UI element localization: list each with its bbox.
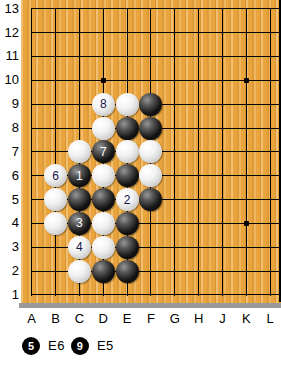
white-stone-D6 [92,164,115,187]
white-stone-E5: 2 [116,188,139,211]
white-stone-C7 [68,140,91,163]
white-stone-E9 [116,93,139,116]
row-label-2: 2 [0,263,19,278]
move-5-coordinate: E6 [48,338,65,353]
row-label-5: 5 [0,192,19,207]
row-label-4: 4 [0,215,19,230]
row-label-13: 13 [0,1,19,16]
black-stone-E2 [116,260,139,283]
col-label-K: K [236,311,256,326]
row-label-11: 11 [0,48,19,63]
col-label-C: C [69,311,89,326]
black-stone-F5 [139,188,162,211]
col-label-J: J [213,311,233,326]
grid-line-horizontal [31,56,281,57]
white-stone-D3 [92,236,115,259]
col-label-E: E [117,311,137,326]
board-shadow [19,303,281,308]
white-stone-B5 [44,188,67,211]
black-stone-D2 [92,260,115,283]
grid-line-horizontal [31,32,281,33]
col-label-H: H [189,311,209,326]
go-board: 8761234 [21,0,281,303]
white-stone-B4 [44,212,67,235]
white-stone-E7 [116,140,139,163]
black-stone-E6 [116,164,139,187]
col-label-F: F [141,311,161,326]
col-label-D: D [93,311,113,326]
col-label-L: L [260,311,280,326]
black-stone-F8 [139,117,162,140]
row-label-9: 9 [0,96,19,111]
black-stone-C4: 3 [68,212,91,235]
row-label-6: 6 [0,168,19,183]
white-stone-F7 [139,140,162,163]
row-label-10: 10 [0,72,19,87]
black-stone-C6: 1 [68,164,91,187]
black-move-badge-9: 9 [71,337,89,355]
hoshi-point-D10 [101,78,106,83]
row-label-3: 3 [0,239,19,254]
row-label-8: 8 [0,120,19,135]
black-stone-D5 [92,188,115,211]
white-stone-D4 [92,212,115,235]
hoshi-point-K10 [244,78,249,83]
white-stone-D8 [92,117,115,140]
black-stone-E8 [116,117,139,140]
white-stone-C3: 4 [68,236,91,259]
black-move-badge-5: 5 [22,337,40,355]
white-stone-F6 [139,164,162,187]
white-stone-C2 [68,260,91,283]
caption: 5 E6 9 E5 [22,336,120,355]
black-stone-E3 [116,236,139,259]
col-label-B: B [46,311,66,326]
col-label-A: A [22,311,42,326]
row-label-1: 1 [0,287,19,302]
move-9-coordinate: E5 [97,338,114,353]
white-stone-B6: 6 [44,164,67,187]
hoshi-point-K4 [244,221,249,226]
black-stone-E4 [116,212,139,235]
row-label-7: 7 [0,144,19,159]
col-label-G: G [165,311,185,326]
black-stone-F9 [139,93,162,116]
grid-line-horizontal [31,294,281,295]
black-stone-D7: 7 [92,140,115,163]
grid-line-horizontal [31,8,281,9]
black-stone-C5 [68,188,91,211]
go-diagram: 8761234 13121110987654321 ABCDEFGHJKL 5 … [0,0,281,369]
white-stone-D9: 8 [92,93,115,116]
row-label-12: 12 [0,25,19,40]
